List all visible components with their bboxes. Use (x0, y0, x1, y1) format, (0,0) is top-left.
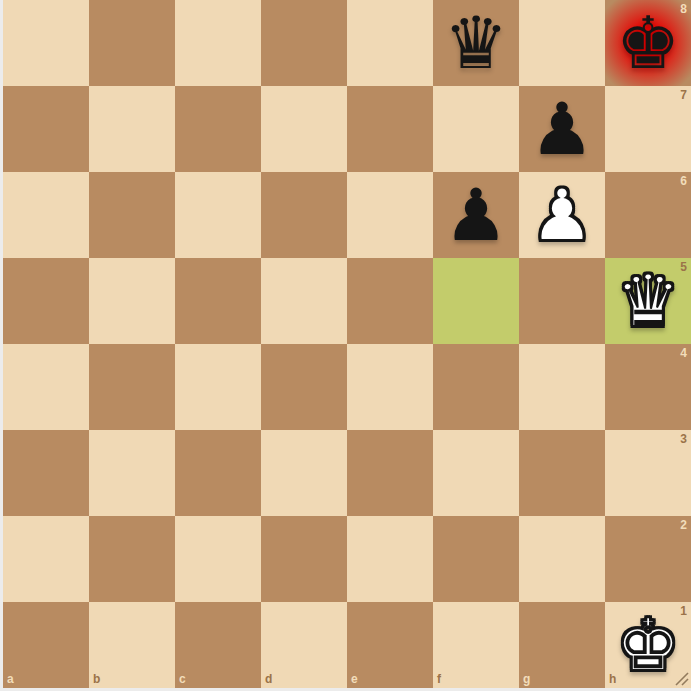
square-a5[interactable] (3, 258, 89, 344)
square-g5[interactable] (519, 258, 605, 344)
square-d6[interactable] (261, 172, 347, 258)
square-d5[interactable] (261, 258, 347, 344)
rank-label-6: 6 (680, 174, 687, 188)
rank-label-2: 2 (680, 518, 687, 532)
black-pawn[interactable]: ♟ (433, 172, 519, 258)
square-h8[interactable]: 8♚ (605, 0, 691, 86)
square-a2[interactable] (3, 516, 89, 602)
square-f7[interactable] (433, 86, 519, 172)
file-label-g: g (523, 672, 530, 686)
square-b7[interactable] (89, 86, 175, 172)
square-a4[interactable] (3, 344, 89, 430)
rank-label-4: 4 (680, 346, 687, 360)
square-e7[interactable] (347, 86, 433, 172)
square-h1[interactable]: 1h♚ (605, 602, 691, 688)
square-f1[interactable]: f (433, 602, 519, 688)
square-g4[interactable] (519, 344, 605, 430)
square-g1[interactable]: g (519, 602, 605, 688)
rank-label-7: 7 (680, 88, 687, 102)
file-label-a: a (7, 672, 14, 686)
square-e4[interactable] (347, 344, 433, 430)
square-c5[interactable] (175, 258, 261, 344)
file-label-c: c (179, 672, 186, 686)
file-label-f: f (437, 672, 441, 686)
square-f2[interactable] (433, 516, 519, 602)
square-h7[interactable]: 7 (605, 86, 691, 172)
square-c8[interactable] (175, 0, 261, 86)
white-pawn[interactable]: ♟ (519, 172, 605, 258)
square-g2[interactable] (519, 516, 605, 602)
square-e8[interactable] (347, 0, 433, 86)
file-label-d: d (265, 672, 272, 686)
square-d3[interactable] (261, 430, 347, 516)
square-h3[interactable]: 3 (605, 430, 691, 516)
square-f4[interactable] (433, 344, 519, 430)
square-f8[interactable]: ♛ (433, 0, 519, 86)
black-pawn[interactable]: ♟ (519, 86, 605, 172)
square-g3[interactable] (519, 430, 605, 516)
square-d2[interactable] (261, 516, 347, 602)
square-b1[interactable]: b (89, 602, 175, 688)
square-d4[interactable] (261, 344, 347, 430)
square-a3[interactable] (3, 430, 89, 516)
rank-label-3: 3 (680, 432, 687, 446)
square-c1[interactable]: c (175, 602, 261, 688)
square-b6[interactable] (89, 172, 175, 258)
file-label-e: e (351, 672, 358, 686)
square-d7[interactable] (261, 86, 347, 172)
square-b3[interactable] (89, 430, 175, 516)
square-c2[interactable] (175, 516, 261, 602)
square-e3[interactable] (347, 430, 433, 516)
square-g6[interactable]: ♟ (519, 172, 605, 258)
square-c7[interactable] (175, 86, 261, 172)
square-a7[interactable] (3, 86, 89, 172)
square-a6[interactable] (3, 172, 89, 258)
square-f6[interactable]: ♟ (433, 172, 519, 258)
page-background: ♛8♚♟7♟♟65♛432abcdefg1h♚ (0, 0, 691, 691)
file-label-b: b (93, 672, 100, 686)
square-h4[interactable]: 4 (605, 344, 691, 430)
square-f5[interactable] (433, 258, 519, 344)
square-g8[interactable] (519, 0, 605, 86)
white-queen[interactable]: ♛ (605, 258, 691, 344)
square-h5[interactable]: 5♛ (605, 258, 691, 344)
square-a1[interactable]: a (3, 602, 89, 688)
square-b2[interactable] (89, 516, 175, 602)
square-c4[interactable] (175, 344, 261, 430)
square-f3[interactable] (433, 430, 519, 516)
square-d8[interactable] (261, 0, 347, 86)
square-g7[interactable]: ♟ (519, 86, 605, 172)
square-b5[interactable] (89, 258, 175, 344)
square-c6[interactable] (175, 172, 261, 258)
black-queen[interactable]: ♛ (433, 0, 519, 86)
square-b8[interactable] (89, 0, 175, 86)
square-h2[interactable]: 2 (605, 516, 691, 602)
square-b4[interactable] (89, 344, 175, 430)
black-king[interactable]: ♚ (605, 0, 691, 86)
square-e6[interactable] (347, 172, 433, 258)
square-a8[interactable] (3, 0, 89, 86)
square-c3[interactable] (175, 430, 261, 516)
square-e5[interactable] (347, 258, 433, 344)
square-e2[interactable] (347, 516, 433, 602)
square-d1[interactable]: d (261, 602, 347, 688)
square-e1[interactable]: e (347, 602, 433, 688)
board-resize-handle[interactable] (673, 670, 689, 686)
chess-board: ♛8♚♟7♟♟65♛432abcdefg1h♚ (3, 0, 691, 688)
square-h6[interactable]: 6 (605, 172, 691, 258)
